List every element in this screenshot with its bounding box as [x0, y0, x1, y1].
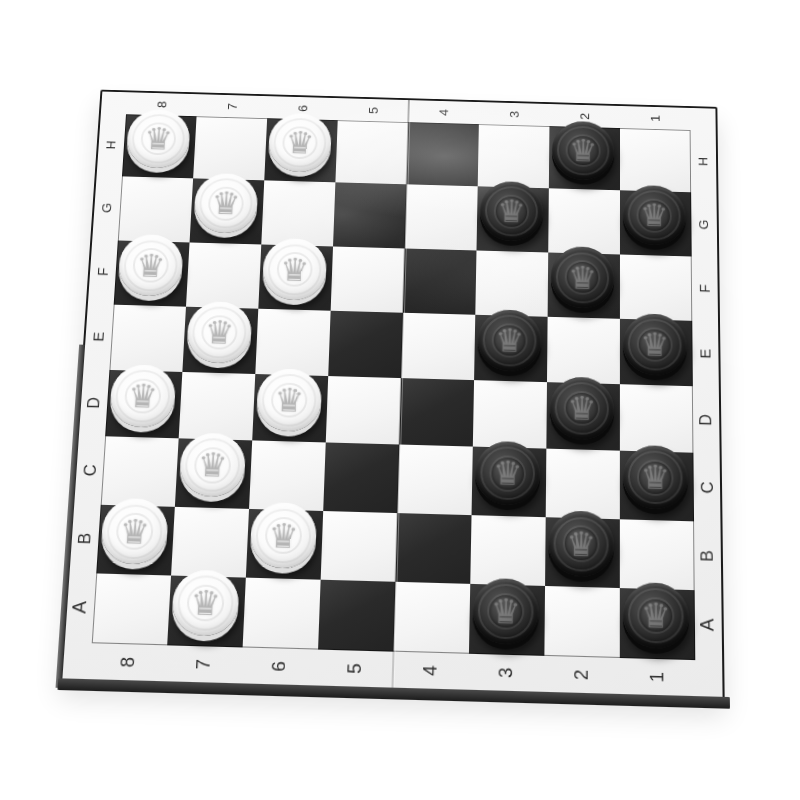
crown-emboss-icon: ♛	[268, 515, 300, 556]
top-coordinate-text-3: 3	[508, 111, 521, 118]
square-a5[interactable]	[318, 579, 395, 651]
crown-emboss-icon: ♛	[279, 250, 310, 288]
right-coordinate-text-b: B	[699, 549, 717, 561]
board-margin-corner-bottom-left	[62, 643, 91, 680]
right-coordinate-text-e: E	[698, 349, 713, 359]
square-e2[interactable]	[547, 317, 620, 385]
left-coordinate-text-c: C	[81, 464, 98, 476]
crown-emboss-icon: ♛	[640, 325, 670, 364]
square-e3[interactable]: ♛	[474, 315, 548, 383]
board-margin-corner-top-left	[101, 92, 128, 115]
square-h5[interactable]	[335, 120, 408, 184]
black-checker-a1[interactable]: ♛	[623, 582, 689, 650]
right-coordinate-text-f: F	[698, 284, 712, 293]
square-h1[interactable]	[620, 128, 691, 192]
crown-emboss-icon: ♛	[566, 523, 596, 564]
left-coordinate-text-a: A	[71, 601, 90, 614]
square-f3[interactable]	[475, 250, 548, 317]
square-d1[interactable]	[620, 384, 694, 453]
square-a1[interactable]: ♛	[620, 588, 695, 660]
crown-emboss-icon: ♛	[492, 453, 522, 493]
checkers-board: 87654321H♛♛♛HG♛♛♛GF♛♛♛FE♛♛♛ED♛♛♛DC♛♛♛CB♛…	[60, 90, 724, 699]
square-h6[interactable]: ♛	[264, 118, 337, 182]
bottom-coordinate-text-7: 7	[194, 659, 213, 670]
crown-emboss-icon: ♛	[490, 590, 521, 631]
left-coordinate-text-e: E	[91, 332, 107, 342]
bottom-coordinate-label-7: 7	[165, 645, 242, 683]
crown-emboss-icon: ♛	[118, 511, 151, 552]
bottom-coordinate-label-2: 2	[544, 656, 620, 694]
square-c3[interactable]: ♛	[472, 447, 547, 517]
square-a3[interactable]: ♛	[469, 584, 545, 656]
square-g2[interactable]	[548, 189, 620, 254]
black-checker-f2[interactable]: ♛	[551, 246, 615, 308]
square-e4[interactable]	[401, 313, 475, 381]
white-checker-e7[interactable]: ♛	[186, 301, 253, 364]
square-c4[interactable]	[397, 445, 472, 515]
top-coordinate-text-7: 7	[226, 103, 239, 110]
black-checker-c1[interactable]: ♛	[623, 445, 688, 510]
right-coordinate-text-h: H	[697, 157, 710, 166]
black-checker-h2[interactable]: ♛	[552, 121, 615, 181]
bottom-coordinate-text-5: 5	[346, 663, 365, 674]
bottom-coordinate-text-3: 3	[497, 667, 516, 678]
right-coordinate-label-a: A	[695, 590, 722, 661]
square-a8[interactable]	[92, 573, 171, 645]
square-b1[interactable]	[620, 519, 695, 590]
crown-emboss-icon: ♛	[640, 458, 670, 498]
square-d6[interactable]: ♛	[252, 374, 328, 443]
top-coordinate-label-1: 1	[620, 106, 691, 130]
bottom-coordinate-label-5: 5	[317, 650, 394, 688]
square-e6[interactable]	[255, 308, 330, 376]
right-coordinate-label-c: C	[693, 453, 720, 522]
bottom-coordinate-label-8: 8	[89, 643, 167, 681]
square-g5[interactable]	[333, 183, 407, 248]
square-a6[interactable]	[243, 577, 321, 649]
top-coordinate-label-7: 7	[197, 94, 269, 118]
square-f7[interactable]	[186, 242, 261, 308]
square-c7[interactable]: ♛	[175, 439, 252, 509]
square-d7[interactable]	[179, 372, 256, 441]
bottom-coordinate-label-4: 4	[392, 652, 468, 690]
photo-background: 87654321H♛♛♛HG♛♛♛GF♛♛♛FE♛♛♛ED♛♛♛DC♛♛♛CB♛…	[0, 0, 800, 800]
right-coordinate-label-d: D	[693, 386, 720, 453]
square-h4[interactable]	[407, 122, 479, 186]
square-e7[interactable]: ♛	[182, 306, 258, 374]
black-checker-g3[interactable]: ♛	[480, 181, 544, 242]
square-f6[interactable]: ♛	[258, 244, 333, 310]
crown-emboss-icon: ♛	[285, 124, 315, 161]
square-a4[interactable]	[393, 582, 470, 654]
crown-emboss-icon: ♛	[197, 445, 229, 485]
bottom-coordinate-label-6: 6	[241, 647, 318, 685]
left-coordinate-text-g: G	[100, 203, 114, 213]
top-coordinate-text-5: 5	[367, 107, 380, 114]
white-checker-h6[interactable]: ♛	[268, 113, 333, 173]
square-b4[interactable]	[395, 513, 471, 584]
right-coordinate-label-e: E	[692, 321, 719, 387]
crown-emboss-icon: ♛	[274, 381, 305, 420]
crown-emboss-icon: ♛	[211, 185, 242, 223]
right-coordinate-label-b: B	[694, 521, 721, 591]
black-checker-e1[interactable]: ♛	[623, 313, 687, 376]
top-coordinate-text-8: 8	[155, 101, 168, 108]
top-coordinate-text-6: 6	[296, 105, 309, 112]
crown-emboss-icon: ♛	[567, 389, 597, 428]
square-f8[interactable]: ♛	[114, 240, 190, 306]
square-g1[interactable]: ♛	[620, 191, 692, 257]
bottom-coordinate-text-6: 6	[270, 661, 289, 672]
square-f4[interactable]	[403, 248, 477, 315]
white-checker-f6[interactable]: ♛	[262, 238, 328, 300]
square-c5[interactable]	[323, 443, 399, 513]
crown-emboss-icon: ♛	[127, 376, 159, 415]
black-checker-c3[interactable]: ♛	[475, 441, 541, 506]
white-checker-f8[interactable]: ♛	[117, 234, 184, 296]
bottom-coordinate-text-4: 4	[421, 665, 440, 676]
white-checker-c7[interactable]: ♛	[178, 433, 246, 498]
square-b3[interactable]	[470, 515, 545, 586]
crown-emboss-icon: ♛	[143, 120, 174, 157]
right-coordinate-text-d: D	[698, 414, 714, 426]
crown-emboss-icon: ♛	[204, 313, 235, 352]
crown-emboss-icon: ♛	[135, 246, 166, 284]
square-e1[interactable]: ♛	[620, 319, 693, 387]
black-checker-a3[interactable]: ♛	[472, 577, 539, 645]
crown-emboss-icon: ♛	[495, 321, 525, 360]
crown-emboss-icon: ♛	[641, 595, 672, 636]
black-checker-g1[interactable]: ♛	[623, 185, 686, 246]
right-coordinate-text-c: C	[698, 481, 715, 493]
board-grid: 87654321H♛♛♛HG♛♛♛GF♛♛♛FE♛♛♛ED♛♛♛DC♛♛♛CB♛…	[62, 92, 722, 697]
square-g3[interactable]: ♛	[477, 187, 549, 252]
square-h8[interactable]: ♛	[122, 114, 197, 178]
bottom-coordinate-text-8: 8	[119, 657, 138, 668]
board-margin-corner-bottom-right	[695, 660, 722, 697]
top-coordinate-label-3: 3	[479, 102, 550, 126]
crown-emboss-icon: ♛	[189, 582, 221, 623]
white-checker-g7[interactable]: ♛	[193, 173, 259, 234]
top-coordinate-label-5: 5	[338, 98, 409, 122]
right-coordinate-text-a: A	[699, 619, 718, 632]
left-coordinate-text-b: B	[76, 532, 94, 544]
square-a2[interactable]	[544, 586, 619, 658]
right-coordinate-label-f: F	[692, 256, 718, 321]
board-margin-corner-top-right	[690, 108, 715, 131]
crown-emboss-icon: ♛	[640, 197, 669, 235]
square-f2[interactable]: ♛	[548, 252, 620, 319]
white-checker-b8[interactable]: ♛	[100, 498, 169, 564]
top-coordinate-text-1: 1	[649, 114, 662, 121]
white-checker-b6[interactable]: ♛	[249, 502, 317, 568]
square-c2[interactable]	[546, 449, 620, 519]
square-c8[interactable]	[101, 437, 179, 507]
white-checker-d6[interactable]: ♛	[256, 368, 323, 432]
square-g8[interactable]	[118, 177, 193, 242]
right-coordinate-text-g: G	[697, 219, 711, 229]
left-coordinate-text-h: H	[105, 140, 118, 149]
right-coordinate-label-g: G	[691, 193, 717, 257]
top-coordinate-text-4: 4	[437, 109, 450, 116]
square-c6[interactable]	[249, 441, 326, 511]
square-g4[interactable]	[405, 185, 478, 250]
right-coordinate-label-h: H	[691, 130, 717, 193]
crown-emboss-icon: ♛	[497, 193, 526, 231]
square-b2[interactable]: ♛	[545, 517, 620, 588]
top-coordinate-label-4: 4	[408, 100, 479, 124]
left-coordinate-text-f: F	[96, 267, 111, 276]
square-h2[interactable]: ♛	[549, 126, 620, 190]
white-checker-a7[interactable]: ♛	[171, 569, 240, 637]
square-h7[interactable]	[193, 116, 267, 180]
square-d3[interactable]	[473, 380, 547, 449]
white-checker-d8[interactable]: ♛	[109, 364, 177, 428]
square-b7[interactable]	[171, 506, 249, 577]
square-e5[interactable]	[328, 310, 403, 378]
square-b6[interactable]: ♛	[246, 508, 323, 579]
crown-emboss-icon: ♛	[569, 132, 598, 169]
bottom-coordinate-text-2: 2	[573, 669, 592, 680]
square-d8[interactable]: ♛	[105, 370, 182, 439]
black-checker-d2[interactable]: ♛	[549, 376, 614, 440]
white-checker-h8[interactable]: ♛	[125, 109, 191, 169]
black-checker-e3[interactable]: ♛	[477, 309, 542, 372]
square-g6[interactable]	[261, 181, 335, 246]
square-d2[interactable]: ♛	[546, 382, 620, 451]
square-d5[interactable]	[326, 376, 401, 445]
square-f1[interactable]	[620, 254, 692, 321]
square-b8[interactable]: ♛	[96, 504, 175, 575]
bottom-coordinate-label-1: 1	[620, 658, 696, 696]
top-coordinate-text-2: 2	[578, 113, 591, 120]
bottom-coordinate-text-1: 1	[648, 671, 667, 682]
crown-emboss-icon: ♛	[568, 258, 597, 296]
square-b5[interactable]	[321, 510, 398, 581]
square-h3[interactable]	[478, 124, 550, 188]
square-a7[interactable]: ♛	[167, 575, 246, 647]
bottom-coordinate-label-3: 3	[468, 654, 544, 692]
square-f5[interactable]	[331, 246, 405, 313]
black-checker-b2[interactable]: ♛	[548, 511, 614, 578]
square-e8[interactable]	[109, 304, 186, 372]
left-coordinate-text-d: D	[86, 397, 103, 409]
square-g7[interactable]: ♛	[190, 179, 265, 244]
square-c1[interactable]: ♛	[620, 451, 694, 521]
square-d4[interactable]	[399, 378, 474, 447]
